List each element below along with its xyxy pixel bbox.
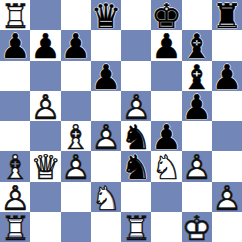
white-pawn-icon: ♟	[61, 152, 91, 182]
square-h3[interactable]	[212, 151, 242, 181]
square-d3[interactable]	[91, 151, 121, 181]
white-bishop-a3[interactable]: ♝♗	[0, 151, 30, 181]
white-pawn-icon: ♟	[91, 122, 121, 152]
white-rook-e1[interactable]: ♜♖	[121, 212, 151, 242]
white-rook-outline-icon: ♖	[121, 212, 151, 242]
white-pawn-e5[interactable]: ♟♙	[121, 91, 151, 121]
black-pawn-b7[interactable]: ♟	[30, 30, 60, 60]
white-rook-a1[interactable]: ♜♖	[0, 212, 30, 242]
white-rook-icon: ♜	[121, 212, 151, 242]
white-knight-outline-icon: ♘	[91, 182, 121, 212]
white-rook-icon: ♜	[0, 1, 30, 31]
black-pawn-icon: ♟	[61, 31, 91, 61]
white-king-icon: ♚	[182, 212, 212, 242]
black-king-f8[interactable]: ♚	[151, 0, 181, 30]
white-pawn-icon: ♟	[0, 182, 30, 212]
black-king-icon: ♚	[151, 1, 181, 31]
square-h4[interactable]	[212, 121, 242, 151]
white-pawn-c3[interactable]: ♟♙	[61, 151, 91, 181]
black-knight-icon: ♞	[121, 152, 151, 182]
square-g7[interactable]: ♝	[182, 30, 212, 60]
square-b5[interactable]: ♟♙	[30, 91, 60, 121]
white-pawn-outline-icon: ♙	[91, 122, 121, 152]
square-g1[interactable]: ♚♔	[182, 212, 212, 242]
white-pawn-outline-icon: ♙	[212, 182, 242, 212]
square-d7[interactable]	[91, 30, 121, 60]
square-a5[interactable]	[0, 91, 30, 121]
black-pawn-c7[interactable]: ♟	[61, 30, 91, 60]
square-d2[interactable]: ♞♘	[91, 182, 121, 212]
black-rook-icon: ♜	[212, 1, 242, 31]
square-f1[interactable]	[151, 212, 181, 242]
square-g6[interactable]: ♝	[182, 61, 212, 91]
white-pawn-icon: ♟	[121, 91, 151, 121]
square-b2[interactable]	[30, 182, 60, 212]
square-c8[interactable]	[61, 0, 91, 30]
black-knight-icon: ♞	[121, 122, 151, 152]
square-d5[interactable]	[91, 91, 121, 121]
square-a6[interactable]	[0, 61, 30, 91]
square-c6[interactable]	[61, 61, 91, 91]
square-a8[interactable]: ♜♖	[0, 0, 30, 30]
white-king-outline-icon: ♔	[182, 212, 212, 242]
black-pawn-icon: ♟	[91, 61, 121, 91]
black-bishop-icon: ♝	[182, 61, 212, 91]
black-pawn-icon: ♟	[212, 61, 242, 91]
black-bishop-g7[interactable]: ♝	[182, 30, 212, 60]
white-rook-icon: ♜	[0, 212, 30, 242]
square-h7[interactable]	[212, 30, 242, 60]
black-rook-h8[interactable]: ♜	[212, 0, 242, 30]
square-f2[interactable]	[151, 182, 181, 212]
square-c1[interactable]	[61, 212, 91, 242]
square-g5[interactable]: ♟	[182, 91, 212, 121]
square-a3[interactable]: ♝♗	[0, 151, 30, 181]
white-bishop-c4[interactable]: ♝♗	[61, 121, 91, 151]
square-f6[interactable]	[151, 61, 181, 91]
square-f4[interactable]: ♟	[151, 121, 181, 151]
square-g2[interactable]	[182, 182, 212, 212]
black-bishop-g6[interactable]: ♝	[182, 61, 212, 91]
white-pawn-d4[interactable]: ♟♙	[91, 121, 121, 151]
square-f8[interactable]: ♚	[151, 0, 181, 30]
square-a4[interactable]	[0, 121, 30, 151]
square-f7[interactable]: ♟	[151, 30, 181, 60]
square-d6[interactable]: ♟	[91, 61, 121, 91]
white-pawn-outline-icon: ♙	[0, 182, 30, 212]
white-pawn-outline-icon: ♙	[182, 152, 212, 182]
white-knight-icon: ♞	[151, 152, 181, 182]
square-d8[interactable]: ♛	[91, 0, 121, 30]
square-b4[interactable]	[30, 121, 60, 151]
black-pawn-f7[interactable]: ♟	[151, 30, 181, 60]
black-bishop-icon: ♝	[182, 31, 212, 61]
white-knight-d2[interactable]: ♞♘	[91, 182, 121, 212]
square-h1[interactable]	[212, 212, 242, 242]
square-g3[interactable]: ♟♙	[182, 151, 212, 181]
square-g4[interactable]	[182, 121, 212, 151]
black-knight-e4[interactable]: ♞	[121, 121, 151, 151]
square-c2[interactable]	[61, 182, 91, 212]
white-pawn-outline-icon: ♙	[61, 152, 91, 182]
black-pawn-icon: ♟	[151, 122, 181, 152]
white-bishop-outline-icon: ♗	[61, 122, 91, 152]
square-b6[interactable]	[30, 61, 60, 91]
white-pawn-outline-icon: ♙	[30, 91, 60, 121]
square-e8[interactable]	[121, 0, 151, 30]
white-bishop-icon: ♝	[61, 122, 91, 152]
black-pawn-icon: ♟	[182, 91, 212, 121]
square-d1[interactable]	[91, 212, 121, 242]
black-pawn-icon: ♟	[151, 31, 181, 61]
black-pawn-icon: ♟	[30, 31, 60, 61]
square-e1[interactable]: ♜♖	[121, 212, 151, 242]
white-pawn-icon: ♟	[212, 182, 242, 212]
square-c7[interactable]: ♟	[61, 30, 91, 60]
square-f3[interactable]: ♞♘	[151, 151, 181, 181]
black-queen-icon: ♛	[91, 1, 121, 31]
square-d4[interactable]: ♟♙	[91, 121, 121, 151]
white-queen-icon: ♛	[30, 152, 60, 182]
white-knight-icon: ♞	[91, 182, 121, 212]
square-b8[interactable]	[30, 0, 60, 30]
white-pawn-outline-icon: ♙	[121, 91, 151, 121]
white-pawn-icon: ♟	[182, 152, 212, 182]
square-c3[interactable]: ♟♙	[61, 151, 91, 181]
white-king-g1[interactable]: ♚♔	[182, 212, 212, 242]
square-h2[interactable]: ♟♙	[212, 182, 242, 212]
black-pawn-h6[interactable]: ♟	[212, 61, 242, 91]
square-g8[interactable]	[182, 0, 212, 30]
white-pawn-g3[interactable]: ♟♙	[182, 151, 212, 181]
square-b7[interactable]: ♟	[30, 30, 60, 60]
white-knight-f3[interactable]: ♞♘	[151, 151, 181, 181]
black-pawn-d6[interactable]: ♟	[91, 61, 121, 91]
white-pawn-a2[interactable]: ♟♙	[0, 182, 30, 212]
white-queen-outline-icon: ♕	[30, 152, 60, 182]
square-a2[interactable]: ♟♙	[0, 182, 30, 212]
square-c4[interactable]: ♝♗	[61, 121, 91, 151]
black-pawn-icon: ♟	[0, 31, 30, 61]
square-e2[interactable]	[121, 182, 151, 212]
white-rook-outline-icon: ♖	[0, 1, 30, 31]
white-bishop-icon: ♝	[0, 152, 30, 182]
square-e5[interactable]: ♟♙	[121, 91, 151, 121]
square-f5[interactable]	[151, 91, 181, 121]
square-e3[interactable]: ♞	[121, 151, 151, 181]
square-h6[interactable]: ♟	[212, 61, 242, 91]
white-queen-b3[interactable]: ♛♕	[30, 151, 60, 181]
square-c5[interactable]	[61, 91, 91, 121]
square-h5[interactable]	[212, 91, 242, 121]
square-a7[interactable]: ♟	[0, 30, 30, 60]
white-pawn-h2[interactable]: ♟♙	[212, 182, 242, 212]
square-e7[interactable]	[121, 30, 151, 60]
white-rook-a8[interactable]: ♜♖	[0, 0, 30, 30]
square-b1[interactable]	[30, 212, 60, 242]
white-pawn-b5[interactable]: ♟♙	[30, 91, 60, 121]
square-h8[interactable]: ♜	[212, 0, 242, 30]
square-a1[interactable]: ♜♖	[0, 212, 30, 242]
black-knight-e3[interactable]: ♞	[121, 151, 151, 181]
white-knight-outline-icon: ♘	[151, 152, 181, 182]
white-bishop-outline-icon: ♗	[0, 152, 30, 182]
square-e4[interactable]: ♞	[121, 121, 151, 151]
black-pawn-a7[interactable]: ♟	[0, 30, 30, 60]
white-rook-outline-icon: ♖	[0, 212, 30, 242]
black-queen-d8[interactable]: ♛	[91, 0, 121, 30]
white-pawn-icon: ♟	[30, 91, 60, 121]
square-e6[interactable]	[121, 61, 151, 91]
square-b3[interactable]: ♛♕	[30, 151, 60, 181]
black-pawn-g5[interactable]: ♟	[182, 91, 212, 121]
chess-board: ♜♖♛♚♜♟♟♟♟♝♟♝♟♟♙♟♙♟♝♗♟♙♞♟♝♗♛♕♟♙♞♞♘♟♙♟♙♞♘♟…	[0, 0, 242, 242]
black-pawn-f4[interactable]: ♟	[151, 121, 181, 151]
